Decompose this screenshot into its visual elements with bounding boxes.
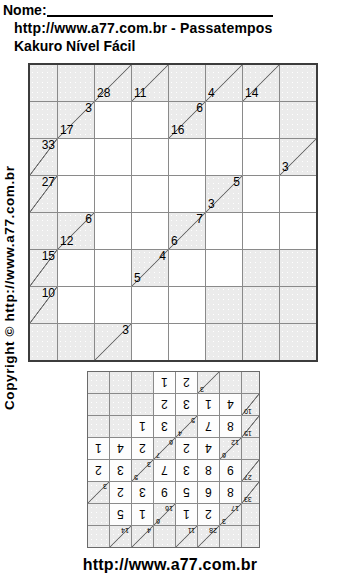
- entry-cell[interactable]: [169, 176, 205, 212]
- site-passatempos-text: http://www.a77.com.br - Passatempos: [14, 20, 273, 36]
- down-clue-number: 5: [191, 416, 195, 424]
- footer-url: http://www.a77.com.br: [0, 556, 340, 574]
- clue-cell: 616: [169, 102, 205, 138]
- clue-cell: 14: [243, 65, 279, 101]
- solution-cell: 2: [88, 460, 109, 481]
- blocked-cell: [280, 324, 316, 360]
- solution-cell: 1: [198, 394, 219, 415]
- across-clue-number: 5: [134, 473, 138, 481]
- entry-cell[interactable]: [132, 213, 168, 249]
- blocked-cell: [169, 65, 205, 101]
- down-clue-number: 3: [147, 460, 151, 468]
- blocked-cell: [280, 65, 316, 101]
- clue-cell: 317: [58, 102, 94, 138]
- across-clue-number: 10: [42, 287, 55, 301]
- solution-cell: 2: [198, 504, 219, 525]
- clue-cell: 3: [280, 139, 316, 175]
- blocked-cell: [242, 504, 259, 525]
- across-clue-number: 6: [222, 451, 226, 459]
- entry-cell[interactable]: [58, 176, 94, 212]
- entry-cell[interactable]: [280, 176, 316, 212]
- clue-cell: 616: [154, 504, 175, 525]
- clue-cell: 4: [206, 65, 242, 101]
- blocked-cell: [30, 324, 57, 360]
- entry-cell[interactable]: [132, 324, 168, 360]
- solution-cell: 7: [154, 460, 175, 481]
- solution-cell: 6: [198, 482, 219, 503]
- clue-cell: 33: [30, 139, 57, 175]
- down-clue-number: 17: [60, 124, 73, 138]
- entry-cell[interactable]: [280, 213, 316, 249]
- clue-cell: 53: [132, 460, 153, 481]
- blocked-cell: [132, 394, 153, 415]
- across-clue-number: 7: [156, 451, 160, 459]
- across-clue-number: 15: [42, 250, 55, 264]
- blocked-cell: [88, 394, 109, 415]
- blocked-cell: [280, 102, 316, 138]
- solution-cell: 1: [88, 438, 109, 459]
- down-clue-number: 14: [245, 87, 258, 101]
- name-underline: [47, 15, 273, 17]
- entry-cell[interactable]: [206, 213, 242, 249]
- name-label: Nome:: [3, 2, 47, 18]
- down-clue-number: 3: [103, 482, 107, 490]
- blocked-cell: [58, 65, 94, 101]
- vertical-copyright-text: Copyright © http://www.a77.com.br: [2, 165, 17, 410]
- solution-cell: 3: [176, 460, 197, 481]
- clue-cell: 45: [176, 416, 197, 437]
- across-clue-number: 27: [42, 176, 55, 190]
- entry-cell[interactable]: [206, 250, 242, 286]
- across-clue-number: 33: [42, 139, 55, 153]
- blocked-cell: [30, 213, 57, 249]
- solution-cell: 8: [198, 460, 219, 481]
- blocked-cell: [243, 324, 279, 360]
- blocked-cell: [88, 372, 109, 393]
- entry-cell[interactable]: [132, 287, 168, 323]
- clue-cell: 76: [154, 438, 175, 459]
- across-clue-number: 7: [196, 213, 203, 227]
- blocked-cell: [88, 526, 109, 547]
- solution-cell: 2: [110, 482, 131, 503]
- across-clue-number: 3: [85, 102, 92, 116]
- blocked-cell: [206, 287, 242, 323]
- clue-cell: 27: [30, 176, 57, 212]
- blocked-cell: [280, 250, 316, 286]
- entry-cell[interactable]: [169, 250, 205, 286]
- solution-cell: 1: [132, 504, 153, 525]
- blocked-cell: [242, 372, 259, 393]
- blocked-cell: [220, 526, 241, 547]
- down-clue-number: 16: [171, 124, 184, 138]
- clue-cell: 53: [206, 176, 242, 212]
- blocked-cell: [154, 526, 175, 547]
- entry-cell[interactable]: [95, 176, 131, 212]
- down-clue-number: 4: [147, 526, 151, 534]
- entry-cell[interactable]: [243, 213, 279, 249]
- blocked-cell: [243, 287, 279, 323]
- across-clue-number: 27: [244, 473, 252, 481]
- across-clue-number: 33: [244, 495, 252, 503]
- down-clue-number: 12: [231, 438, 239, 446]
- across-clue-number: 3: [200, 385, 204, 393]
- entry-cell[interactable]: [95, 250, 131, 286]
- solution-cell: 9: [220, 460, 241, 481]
- entry-cell[interactable]: [169, 139, 205, 175]
- solution-cell: 2: [132, 438, 153, 459]
- entry-cell[interactable]: [95, 213, 131, 249]
- across-clue-number: 15: [244, 429, 252, 437]
- clue-cell: 76: [169, 213, 205, 249]
- entry-cell[interactable]: [206, 139, 242, 175]
- down-clue-number: 5: [134, 272, 141, 286]
- entry-cell[interactable]: [58, 250, 94, 286]
- entry-cell[interactable]: [132, 102, 168, 138]
- clue-cell: 3: [198, 372, 219, 393]
- across-clue-number: 4: [178, 429, 182, 437]
- entry-cell[interactable]: [95, 287, 131, 323]
- clue-cell: 15: [242, 416, 259, 437]
- down-clue-number: 28: [97, 87, 110, 101]
- solution-cell: 4: [198, 438, 219, 459]
- blocked-cell: [110, 416, 131, 437]
- clue-cell: 317: [220, 504, 241, 525]
- clue-cell: 14: [110, 526, 131, 547]
- entry-cell[interactable]: [58, 139, 94, 175]
- solution-cell: 3: [110, 460, 131, 481]
- down-clue-number: 16: [165, 504, 173, 512]
- solution-cell: 7: [198, 416, 219, 437]
- entry-cell[interactable]: [58, 287, 94, 323]
- across-clue-number: 4: [159, 250, 166, 264]
- across-clue-number: 6: [156, 517, 160, 525]
- blocked-cell: [110, 394, 131, 415]
- solution-cell: 8: [220, 416, 241, 437]
- blocked-cell: [206, 324, 242, 360]
- blocked-cell: [88, 416, 109, 437]
- blocked-cell: [220, 372, 241, 393]
- blocked-cell: [132, 372, 153, 393]
- blocked-cell: [243, 250, 279, 286]
- down-clue-number: 6: [171, 235, 178, 249]
- entry-cell[interactable]: [132, 176, 168, 212]
- across-clue-number: 6: [196, 102, 203, 116]
- clue-cell: 4: [132, 526, 153, 547]
- clue-cell: 27: [242, 460, 259, 481]
- blocked-cell: [30, 102, 57, 138]
- entry-cell[interactable]: [243, 139, 279, 175]
- across-clue-number: 3: [122, 324, 129, 338]
- clue-cell: 28: [198, 526, 219, 547]
- kakuro-solution-grid-rotated: 2811414317216161533865932327983753326124…: [87, 371, 260, 548]
- clue-cell: 28: [95, 65, 131, 101]
- clue-cell: 10: [30, 287, 57, 323]
- clue-cell: 45: [132, 250, 168, 286]
- solution-cell: 2: [176, 438, 197, 459]
- clue-cell: 11: [176, 526, 197, 547]
- down-clue-number: 3: [208, 198, 215, 212]
- clue-cell: 11: [132, 65, 168, 101]
- down-clue-number: 28: [209, 526, 217, 534]
- solution-cell: 3: [132, 482, 153, 503]
- solution-cell: 5: [176, 482, 197, 503]
- clue-cell: 3: [88, 482, 109, 503]
- entry-cell[interactable]: [243, 176, 279, 212]
- entry-cell[interactable]: [243, 102, 279, 138]
- puzzle-title: Kakuro Nível Fácil: [14, 38, 135, 54]
- down-clue-number: 6: [169, 438, 173, 446]
- solution-cell: 1: [154, 372, 175, 393]
- across-clue-number: 10: [244, 407, 252, 415]
- entry-cell[interactable]: [169, 324, 205, 360]
- solution-cell: 9: [154, 482, 175, 503]
- blocked-cell: [58, 324, 94, 360]
- solution-cell: 1: [176, 504, 197, 525]
- solution-cell: 2: [154, 394, 175, 415]
- blocked-cell: [242, 438, 259, 459]
- down-clue-number: 4: [208, 87, 215, 101]
- entry-cell[interactable]: [132, 139, 168, 175]
- kakuro-puzzle-grid: 28114143176163332753612761545103: [28, 63, 318, 362]
- clue-cell: 10: [242, 394, 259, 415]
- solution-cell: 4: [110, 438, 131, 459]
- blocked-cell: [110, 372, 131, 393]
- across-clue-number: 3: [222, 517, 226, 525]
- down-clue-number: 3: [282, 161, 289, 175]
- down-clue-number: 11: [134, 87, 146, 101]
- entry-cell[interactable]: [95, 139, 131, 175]
- solution-cell: 3: [176, 394, 197, 415]
- blocked-cell: [30, 65, 57, 101]
- clue-cell: 3: [95, 324, 131, 360]
- solution-cell: 8: [220, 482, 241, 503]
- blocked-cell: [280, 287, 316, 323]
- down-clue-number: 17: [231, 504, 239, 512]
- blocked-cell: [88, 504, 109, 525]
- entry-cell[interactable]: [95, 102, 131, 138]
- down-clue-number: 12: [60, 235, 73, 249]
- clue-cell: 33: [242, 482, 259, 503]
- blocked-cell: [242, 526, 259, 547]
- clue-cell: 612: [220, 438, 241, 459]
- across-clue-number: 5: [233, 176, 240, 190]
- solution-cell: 1: [132, 416, 153, 437]
- clue-cell: 612: [58, 213, 94, 249]
- down-clue-number: 14: [121, 526, 129, 534]
- entry-cell[interactable]: [169, 287, 205, 323]
- solution-cell: 4: [220, 394, 241, 415]
- solution-cell: 5: [110, 504, 131, 525]
- solution-cell: 3: [154, 416, 175, 437]
- entry-cell[interactable]: [206, 102, 242, 138]
- across-clue-number: 6: [85, 213, 92, 227]
- solution-cell: 2: [176, 372, 197, 393]
- clue-cell: 15: [30, 250, 57, 286]
- down-clue-number: 11: [188, 526, 195, 534]
